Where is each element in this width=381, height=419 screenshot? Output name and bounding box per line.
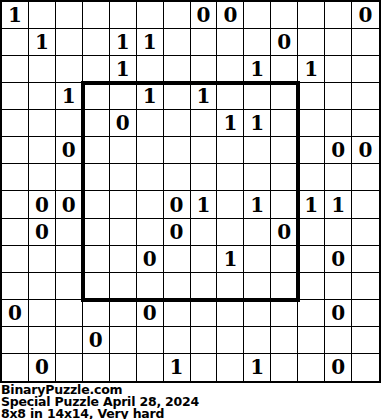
cell-r1-c12[interactable] <box>325 29 352 56</box>
cell-r11-c1[interactable] <box>29 300 56 327</box>
cell-r2-c0[interactable] <box>2 56 29 83</box>
cell-r12-c10[interactable] <box>271 327 298 354</box>
cell-r13-c0[interactable] <box>2 354 29 381</box>
cell-r6-c7[interactable] <box>191 164 218 191</box>
cell-r0-c1[interactable] <box>29 2 56 29</box>
cell-r6-c9[interactable] <box>244 164 271 191</box>
cell-r11-c13[interactable] <box>352 300 379 327</box>
cell-r9-c11[interactable] <box>298 246 325 273</box>
cell-r12-c1[interactable] <box>29 327 56 354</box>
cell-r5-c6[interactable] <box>164 137 191 164</box>
cell-r10-c0[interactable] <box>2 273 29 300</box>
cell-r0-c5[interactable] <box>137 2 164 29</box>
cell-r4-c5[interactable] <box>137 110 164 137</box>
cell-r6-c12[interactable] <box>325 164 352 191</box>
cell-r9-c4[interactable] <box>110 246 137 273</box>
cell-r3-c10[interactable] <box>271 83 298 110</box>
cell-r1-c0[interactable] <box>2 29 29 56</box>
cell-r7-c4[interactable] <box>110 191 137 218</box>
cell-r3-c4[interactable] <box>110 83 137 110</box>
cell-r9-c13[interactable] <box>352 246 379 273</box>
cell-r4-c7[interactable] <box>191 110 218 137</box>
cell-r10-c8[interactable] <box>217 273 244 300</box>
cell-r10-c1[interactable] <box>29 273 56 300</box>
cell-r6-c6[interactable] <box>164 164 191 191</box>
cell-r10-c9[interactable] <box>244 273 271 300</box>
cell-r2-c3[interactable] <box>83 56 110 83</box>
cell-r11-c12[interactable]: 0 <box>325 300 352 327</box>
cell-r12-c8[interactable] <box>217 327 244 354</box>
cell-r9-c10[interactable] <box>271 246 298 273</box>
cell-r9-c0[interactable] <box>2 246 29 273</box>
cell-r1-c10[interactable]: 0 <box>271 29 298 56</box>
cell-r8-c2[interactable] <box>56 219 83 246</box>
cell-r1-c9[interactable] <box>244 29 271 56</box>
cell-r9-c3[interactable] <box>83 246 110 273</box>
cell-r2-c12[interactable] <box>325 56 352 83</box>
cell-r4-c3[interactable] <box>83 110 110 137</box>
cell-r8-c6[interactable]: 0 <box>164 219 191 246</box>
cell-r12-c9[interactable] <box>244 327 271 354</box>
cell-r13-c4[interactable] <box>110 354 137 381</box>
cell-r11-c4[interactable] <box>110 300 137 327</box>
cell-r4-c0[interactable] <box>2 110 29 137</box>
cell-r11-c0[interactable]: 0 <box>2 300 29 327</box>
cell-r1-c5[interactable]: 1 <box>137 29 164 56</box>
cell-r0-c6[interactable] <box>164 2 191 29</box>
cell-r4-c6[interactable] <box>164 110 191 137</box>
cell-r2-c11[interactable]: 1 <box>298 56 325 83</box>
cell-r5-c7[interactable] <box>191 137 218 164</box>
cell-r1-c7[interactable] <box>191 29 218 56</box>
cell-r0-c2[interactable] <box>56 2 83 29</box>
cell-r8-c5[interactable] <box>137 219 164 246</box>
cell-r7-c9[interactable]: 1 <box>244 191 271 218</box>
cell-r12-c7[interactable] <box>191 327 218 354</box>
cell-r6-c2[interactable] <box>56 164 83 191</box>
cell-r5-c3[interactable] <box>83 137 110 164</box>
cell-r7-c11[interactable]: 1 <box>298 191 325 218</box>
cell-r7-c1[interactable]: 0 <box>29 191 56 218</box>
cell-r12-c11[interactable] <box>298 327 325 354</box>
cell-r10-c5[interactable] <box>137 273 164 300</box>
cell-r5-c8[interactable] <box>217 137 244 164</box>
cell-r10-c11[interactable] <box>298 273 325 300</box>
cell-r12-c2[interactable] <box>56 327 83 354</box>
cell-r3-c5[interactable]: 1 <box>137 83 164 110</box>
cell-r13-c1[interactable]: 0 <box>29 354 56 381</box>
puzzle-footer: BinaryPuzzle.com Special Puzzle April 28… <box>0 383 381 419</box>
cell-r4-c4[interactable]: 0 <box>110 110 137 137</box>
cell-r7-c5[interactable] <box>137 191 164 218</box>
cell-r8-c12[interactable] <box>325 219 352 246</box>
cell-r9-c2[interactable] <box>56 246 83 273</box>
cell-r4-c13[interactable] <box>352 110 379 137</box>
cell-r5-c0[interactable] <box>2 137 29 164</box>
cell-r11-c3[interactable] <box>83 300 110 327</box>
cell-r8-c10[interactable]: 0 <box>271 219 298 246</box>
cell-r13-c6[interactable]: 1 <box>164 354 191 381</box>
cell-r9-c7[interactable] <box>191 246 218 273</box>
cell-r12-c3[interactable]: 0 <box>83 327 110 354</box>
cell-r8-c0[interactable] <box>2 219 29 246</box>
cell-r3-c1[interactable] <box>29 83 56 110</box>
cell-r3-c11[interactable] <box>298 83 325 110</box>
cell-r9-c12[interactable]: 0 <box>325 246 352 273</box>
cell-r4-c11[interactable] <box>298 110 325 137</box>
cell-r0-c10[interactable] <box>271 2 298 29</box>
cell-r12-c4[interactable] <box>110 327 137 354</box>
cell-r8-c7[interactable] <box>191 219 218 246</box>
cell-r9-c8[interactable]: 1 <box>217 246 244 273</box>
cell-r10-c3[interactable] <box>83 273 110 300</box>
cell-r12-c5[interactable] <box>137 327 164 354</box>
cell-r3-c7[interactable]: 1 <box>191 83 218 110</box>
cell-r6-c1[interactable] <box>29 164 56 191</box>
cell-r4-c12[interactable] <box>325 110 352 137</box>
cell-r1-c3[interactable] <box>83 29 110 56</box>
cell-r11-c6[interactable] <box>164 300 191 327</box>
cell-r11-c5[interactable]: 0 <box>137 300 164 327</box>
cell-r8-c8[interactable] <box>217 219 244 246</box>
cell-r4-c9[interactable]: 1 <box>244 110 271 137</box>
cell-r10-c12[interactable] <box>325 273 352 300</box>
cell-r7-c13[interactable] <box>352 191 379 218</box>
cell-r13-c11[interactable] <box>298 354 325 381</box>
cell-r13-c12[interactable]: 0 <box>325 354 352 381</box>
cell-r3-c9[interactable] <box>244 83 271 110</box>
cell-r8-c13[interactable] <box>352 219 379 246</box>
cell-r1-c13[interactable] <box>352 29 379 56</box>
cell-r11-c11[interactable] <box>298 300 325 327</box>
cell-r8-c3[interactable] <box>83 219 110 246</box>
cell-r7-c8[interactable] <box>217 191 244 218</box>
cell-r4-c8[interactable]: 1 <box>217 110 244 137</box>
cell-r2-c4[interactable]: 1 <box>110 56 137 83</box>
cell-r13-c13[interactable] <box>352 354 379 381</box>
cell-r7-c3[interactable] <box>83 191 110 218</box>
cell-r5-c5[interactable] <box>137 137 164 164</box>
cell-r8-c4[interactable] <box>110 219 137 246</box>
cell-r0-c12[interactable] <box>325 2 352 29</box>
cell-r1-c8[interactable] <box>217 29 244 56</box>
cell-r11-c8[interactable] <box>217 300 244 327</box>
cell-r2-c13[interactable] <box>352 56 379 83</box>
cell-r6-c10[interactable] <box>271 164 298 191</box>
cell-r6-c13[interactable] <box>352 164 379 191</box>
cell-r13-c9[interactable]: 1 <box>244 354 271 381</box>
cell-r2-c7[interactable] <box>191 56 218 83</box>
cell-r11-c7[interactable] <box>191 300 218 327</box>
cell-r3-c3[interactable] <box>83 83 110 110</box>
cell-r3-c13[interactable] <box>352 83 379 110</box>
cell-r11-c2[interactable] <box>56 300 83 327</box>
cell-r5-c2[interactable]: 0 <box>56 137 83 164</box>
cell-r0-c4[interactable] <box>110 2 137 29</box>
cell-r1-c1[interactable]: 1 <box>29 29 56 56</box>
cell-r3-c0[interactable] <box>2 83 29 110</box>
cell-r2-c1[interactable] <box>29 56 56 83</box>
cell-r4-c2[interactable] <box>56 110 83 137</box>
cell-r2-c2[interactable] <box>56 56 83 83</box>
cell-r4-c10[interactable] <box>271 110 298 137</box>
cell-r13-c7[interactable] <box>191 354 218 381</box>
cell-r6-c3[interactable] <box>83 164 110 191</box>
cell-r12-c12[interactable] <box>325 327 352 354</box>
cell-r13-c2[interactable] <box>56 354 83 381</box>
cell-r3-c8[interactable] <box>217 83 244 110</box>
cell-r0-c9[interactable] <box>244 2 271 29</box>
cell-r1-c2[interactable] <box>56 29 83 56</box>
cell-r3-c12[interactable] <box>325 83 352 110</box>
cell-r3-c2[interactable]: 1 <box>56 83 83 110</box>
cell-r1-c4[interactable]: 1 <box>110 29 137 56</box>
cell-r13-c8[interactable] <box>217 354 244 381</box>
cell-r6-c11[interactable] <box>298 164 325 191</box>
cell-r7-c6[interactable]: 0 <box>164 191 191 218</box>
cell-r13-c3[interactable] <box>83 354 110 381</box>
cell-r6-c5[interactable] <box>137 164 164 191</box>
cell-r9-c5[interactable]: 0 <box>137 246 164 273</box>
cell-r7-c12[interactable]: 1 <box>325 191 352 218</box>
cell-r9-c9[interactable] <box>244 246 271 273</box>
cell-r7-c0[interactable] <box>2 191 29 218</box>
cell-r1-c6[interactable] <box>164 29 191 56</box>
cell-r4-c1[interactable] <box>29 110 56 137</box>
cell-r2-c8[interactable] <box>217 56 244 83</box>
cell-r7-c2[interactable]: 0 <box>56 191 83 218</box>
cell-r0-c3[interactable] <box>83 2 110 29</box>
cell-r10-c13[interactable] <box>352 273 379 300</box>
cell-r12-c13[interactable] <box>352 327 379 354</box>
cell-r9-c1[interactable] <box>29 246 56 273</box>
cell-r2-c10[interactable] <box>271 56 298 83</box>
cell-r5-c9[interactable] <box>244 137 271 164</box>
cell-r12-c0[interactable] <box>2 327 29 354</box>
cell-r0-c0[interactable]: 1 <box>2 2 29 29</box>
cell-r5-c10[interactable] <box>271 137 298 164</box>
cell-r8-c11[interactable] <box>298 219 325 246</box>
cell-r13-c10[interactable] <box>271 354 298 381</box>
cell-r11-c9[interactable] <box>244 300 271 327</box>
cell-r10-c6[interactable] <box>164 273 191 300</box>
cell-r7-c7[interactable]: 1 <box>191 191 218 218</box>
cell-r0-c8[interactable]: 0 <box>217 2 244 29</box>
cell-r10-c10[interactable] <box>271 273 298 300</box>
cell-r10-c7[interactable] <box>191 273 218 300</box>
cell-r5-c13[interactable]: 0 <box>352 137 379 164</box>
cell-r2-c6[interactable] <box>164 56 191 83</box>
cell-r0-c11[interactable] <box>298 2 325 29</box>
cell-r8-c1[interactable]: 0 <box>29 219 56 246</box>
cell-r2-c5[interactable] <box>137 56 164 83</box>
puzzle-grid: 1000111011111101100000011110000100000011… <box>0 0 381 383</box>
cell-r10-c2[interactable] <box>56 273 83 300</box>
puzzle-spec: 8x8 in 14x14, Very hard <box>1 408 381 419</box>
cell-r7-c10[interactable] <box>271 191 298 218</box>
cell-r2-c9[interactable]: 1 <box>244 56 271 83</box>
cell-r5-c11[interactable] <box>298 137 325 164</box>
cell-r3-c6[interactable] <box>164 83 191 110</box>
cell-r10-c4[interactable] <box>110 273 137 300</box>
cell-r0-c13[interactable]: 0 <box>352 2 379 29</box>
cell-r5-c4[interactable] <box>110 137 137 164</box>
cell-r11-c10[interactable] <box>271 300 298 327</box>
cell-r6-c0[interactable] <box>2 164 29 191</box>
cell-r12-c6[interactable] <box>164 327 191 354</box>
cell-r0-c7[interactable]: 0 <box>191 2 218 29</box>
cell-r8-c9[interactable] <box>244 219 271 246</box>
cell-r5-c12[interactable]: 0 <box>325 137 352 164</box>
cell-r6-c8[interactable] <box>217 164 244 191</box>
cell-r1-c11[interactable] <box>298 29 325 56</box>
cell-r5-c1[interactable] <box>29 137 56 164</box>
cell-r9-c6[interactable] <box>164 246 191 273</box>
cell-r13-c5[interactable] <box>137 354 164 381</box>
cell-r6-c4[interactable] <box>110 164 137 191</box>
